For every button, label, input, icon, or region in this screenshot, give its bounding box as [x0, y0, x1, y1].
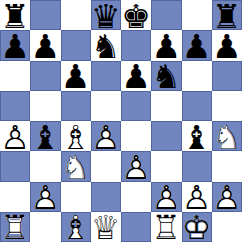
queen-glyph-outline: ♕ [91, 213, 121, 242]
square-e7[interactable] [121, 30, 151, 60]
square-a6[interactable] [0, 61, 30, 91]
pawn-glyph-outline: ♙ [212, 183, 242, 213]
piece-black-knight[interactable]: ♞ [91, 31, 121, 61]
square-h4[interactable]: ♞♘ [212, 121, 242, 151]
piece-black-pawn[interactable]: ♟ [182, 31, 212, 61]
square-d1[interactable]: ♛♕ [91, 212, 121, 242]
square-c1[interactable]: ♝♗ [61, 212, 91, 242]
square-g3[interactable] [182, 151, 212, 181]
rook-glyph-outline: ♖ [151, 213, 181, 242]
piece-black-pawn[interactable]: ♟ [30, 31, 60, 61]
piece-white-pawn[interactable]: ♟♙ [30, 183, 60, 213]
square-e5[interactable] [121, 91, 151, 121]
square-d4[interactable]: ♟♙ [91, 121, 121, 151]
rook-glyph-outline: ♖ [0, 213, 30, 242]
square-g4[interactable]: ♝ [182, 121, 212, 151]
square-b6[interactable] [30, 61, 60, 91]
pawn-glyph-outline: ♙ [91, 122, 121, 152]
square-g8[interactable] [182, 0, 212, 30]
square-g2[interactable]: ♟♙ [182, 182, 212, 212]
square-d3[interactable] [91, 151, 121, 181]
square-b7[interactable]: ♟ [30, 30, 60, 60]
square-b1[interactable] [30, 212, 60, 242]
piece-black-pawn[interactable]: ♟ [121, 62, 151, 92]
square-c4[interactable]: ♝♗ [61, 121, 91, 151]
square-f1[interactable]: ♜♖ [151, 212, 181, 242]
square-h6[interactable] [212, 61, 242, 91]
piece-black-pawn[interactable]: ♟ [61, 62, 91, 92]
square-b4[interactable]: ♝ [30, 121, 60, 151]
piece-black-pawn[interactable]: ♟ [212, 31, 242, 61]
square-h8[interactable]: ♜ [212, 0, 242, 30]
king-glyph-outline: ♔ [182, 213, 212, 242]
piece-white-pawn[interactable]: ♟♙ [212, 183, 242, 213]
square-h1[interactable] [212, 212, 242, 242]
pawn-glyph-outline: ♙ [30, 183, 60, 213]
square-f2[interactable]: ♟♙ [151, 182, 181, 212]
square-d2[interactable] [91, 182, 121, 212]
piece-black-bishop[interactable]: ♝ [30, 122, 60, 152]
square-c2[interactable] [61, 182, 91, 212]
square-d7[interactable]: ♞ [91, 30, 121, 60]
square-e6[interactable]: ♟ [121, 61, 151, 91]
piece-black-pawn[interactable]: ♟ [0, 31, 30, 61]
square-f6[interactable]: ♞ [151, 61, 181, 91]
square-h5[interactable] [212, 91, 242, 121]
piece-white-bishop[interactable]: ♝♗ [61, 213, 91, 242]
piece-white-rook[interactable]: ♜♖ [151, 213, 181, 242]
square-a3[interactable] [0, 151, 30, 181]
square-h2[interactable]: ♟♙ [212, 182, 242, 212]
square-d8[interactable]: ♛ [91, 0, 121, 30]
square-f3[interactable] [151, 151, 181, 181]
square-e1[interactable] [121, 212, 151, 242]
square-e3[interactable]: ♟♙ [121, 151, 151, 181]
square-g1[interactable]: ♚♔ [182, 212, 212, 242]
square-f5[interactable] [151, 91, 181, 121]
square-a8[interactable]: ♜ [0, 0, 30, 30]
square-e8[interactable]: ♚ [121, 0, 151, 30]
square-g6[interactable] [182, 61, 212, 91]
square-g7[interactable]: ♟ [182, 30, 212, 60]
square-a4[interactable]: ♟♙ [0, 121, 30, 151]
square-f4[interactable] [151, 121, 181, 151]
piece-white-pawn[interactable]: ♟♙ [91, 122, 121, 152]
square-d6[interactable] [91, 61, 121, 91]
square-b8[interactable] [30, 0, 60, 30]
piece-white-knight[interactable]: ♞♘ [212, 122, 242, 152]
square-b2[interactable]: ♟♙ [30, 182, 60, 212]
square-e2[interactable] [121, 182, 151, 212]
square-f7[interactable]: ♟ [151, 30, 181, 60]
square-g5[interactable] [182, 91, 212, 121]
square-h7[interactable]: ♟ [212, 30, 242, 60]
square-c7[interactable] [61, 30, 91, 60]
square-c8[interactable] [61, 0, 91, 30]
piece-white-knight[interactable]: ♞♘ [61, 152, 91, 182]
square-b5[interactable] [30, 91, 60, 121]
square-h3[interactable] [212, 151, 242, 181]
knight-glyph-outline: ♘ [212, 122, 242, 152]
piece-white-pawn[interactable]: ♟♙ [0, 122, 30, 152]
square-d5[interactable] [91, 91, 121, 121]
piece-white-queen[interactable]: ♛♕ [91, 213, 121, 242]
square-f8[interactable] [151, 0, 181, 30]
square-c6[interactable]: ♟ [61, 61, 91, 91]
square-a1[interactable]: ♜♖ [0, 212, 30, 242]
square-a2[interactable] [0, 182, 30, 212]
pawn-glyph-outline: ♙ [0, 122, 30, 152]
piece-black-knight[interactable]: ♞ [151, 62, 181, 92]
bishop-glyph-outline: ♗ [61, 213, 91, 242]
piece-white-king[interactable]: ♚♔ [182, 213, 212, 242]
square-a5[interactable] [0, 91, 30, 121]
piece-black-king[interactable]: ♚ [121, 1, 151, 31]
piece-white-rook[interactable]: ♜♖ [0, 213, 30, 242]
square-c3[interactable]: ♞♘ [61, 151, 91, 181]
square-a7[interactable]: ♟ [0, 30, 30, 60]
knight-glyph-outline: ♘ [61, 152, 91, 182]
square-b3[interactable] [30, 151, 60, 181]
square-e4[interactable] [121, 121, 151, 151]
pawn-glyph-outline: ♙ [121, 152, 151, 182]
square-c5[interactable] [61, 91, 91, 121]
chess-board: ♜♛♚♜♟♟♞♟♟♟♟♟♞♟♙♝♝♗♟♙♝♞♘♞♘♟♙♟♙♟♙♟♙♟♙♜♖♝♗♛… [0, 0, 242, 242]
piece-black-bishop[interactable]: ♝ [182, 122, 212, 152]
piece-white-pawn[interactable]: ♟♙ [121, 152, 151, 182]
